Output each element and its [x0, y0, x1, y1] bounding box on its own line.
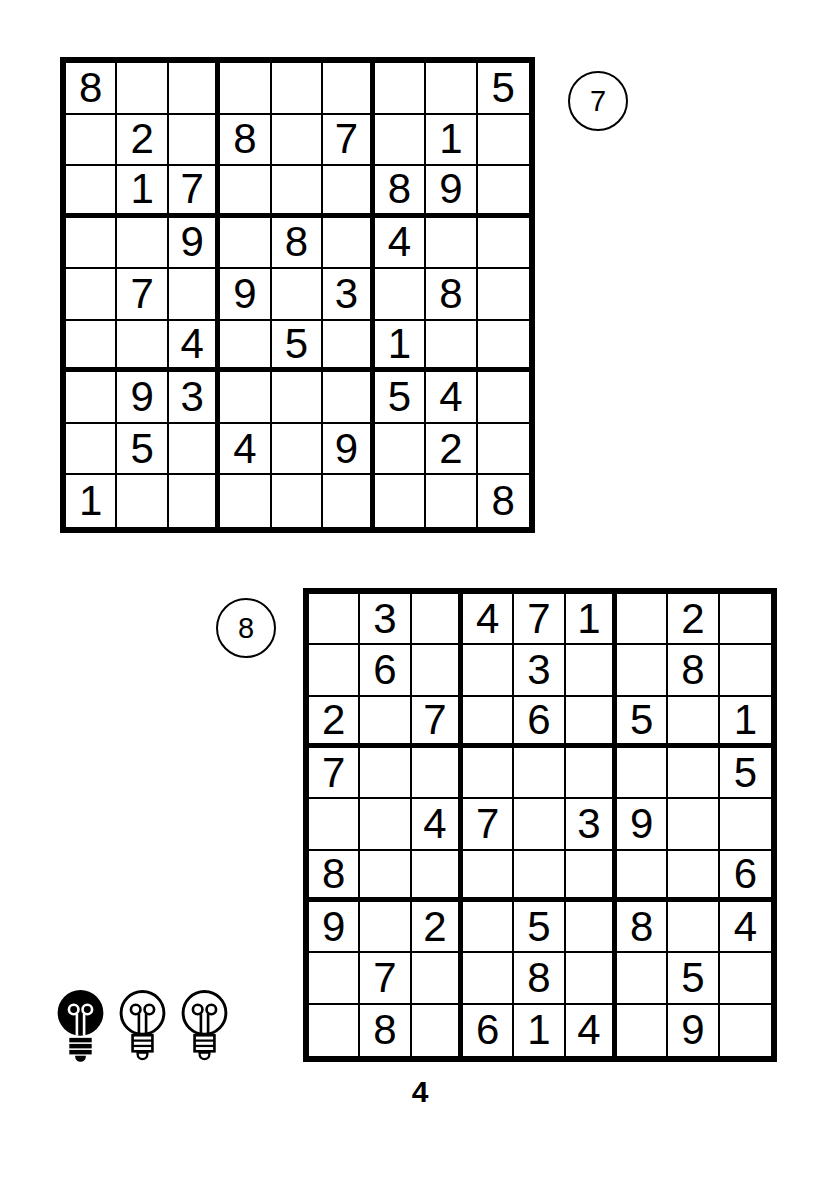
sudoku-cell-r2c9: [478, 115, 529, 167]
sudoku-cell-r1c7: [375, 63, 426, 115]
sudoku-cell-r6c9: [478, 321, 529, 373]
sudoku-cell-r8c5: [272, 424, 323, 476]
sudoku-cell-r8c5: 8: [514, 953, 565, 1004]
sudoku-cell-r3c9: [478, 166, 529, 218]
sudoku-cell-r9c1: [309, 1005, 360, 1056]
sudoku-cell-r2c6: [566, 645, 617, 696]
sudoku-cell-r3c3: 7: [169, 166, 220, 218]
sudoku-cell-r9c6: [323, 475, 374, 527]
sudoku-cell-r3c5: 6: [514, 697, 565, 748]
difficulty-indicator: [56, 990, 229, 1062]
sudoku-cell-r7c4: [463, 902, 514, 953]
sudoku-cell-r3c9: 1: [720, 697, 771, 748]
sudoku-cell-r7c6: [323, 372, 374, 424]
sudoku-cell-r7c2: [360, 902, 411, 953]
sudoku-cell-r9c1: 1: [66, 475, 117, 527]
sudoku-cell-r8c7: [617, 953, 668, 1004]
sudoku-cell-r6c1: 8: [309, 851, 360, 902]
sudoku-cell-r5c6: 3: [566, 799, 617, 850]
sudoku-cell-r2c4: 8: [220, 115, 271, 167]
sudoku-cell-r9c3: [169, 475, 220, 527]
puzzle-number-badge-7: 7: [568, 71, 628, 131]
sudoku-cell-r1c5: 7: [514, 594, 565, 645]
sudoku-cell-r7c3: 3: [169, 372, 220, 424]
sudoku-cell-r4c7: 4: [375, 218, 426, 270]
sudoku-cell-r6c4: [220, 321, 271, 373]
sudoku-cell-r8c2: 7: [360, 953, 411, 1004]
sudoku-cell-r2c3: [169, 115, 220, 167]
sudoku-cell-r1c2: 3: [360, 594, 411, 645]
sudoku-cell-r9c6: 4: [566, 1005, 617, 1056]
sudoku-cell-r1c8: [426, 63, 477, 115]
sudoku-cell-r7c8: [668, 902, 719, 953]
sudoku-cell-r7c9: [478, 372, 529, 424]
sudoku-cell-r3c3: 7: [412, 697, 463, 748]
sudoku-cell-r8c6: 9: [323, 424, 374, 476]
sudoku-cell-r4c4: [463, 748, 514, 799]
sudoku-cell-r4c8: [426, 218, 477, 270]
sudoku-cell-r5c1: [66, 269, 117, 321]
sudoku-cell-r9c9: 8: [478, 475, 529, 527]
sudoku-cell-r5c4: 9: [220, 269, 271, 321]
sudoku-cell-r8c4: [463, 953, 514, 1004]
sudoku-cell-r1c1: 8: [66, 63, 117, 115]
sudoku-cell-r1c8: 2: [668, 594, 719, 645]
sudoku-cell-r4c6: [566, 748, 617, 799]
sudoku-cell-r3c7: 5: [617, 697, 668, 748]
sudoku-cell-r2c8: 1: [426, 115, 477, 167]
sudoku-cell-r7c9: 4: [720, 902, 771, 953]
sudoku-cell-r6c5: 5: [272, 321, 323, 373]
sudoku-cell-r8c8: 5: [668, 953, 719, 1004]
sudoku-cell-r1c3: [169, 63, 220, 115]
sudoku-cell-r2c9: [720, 645, 771, 696]
sudoku-cell-r3c1: 2: [309, 697, 360, 748]
sudoku-grid-puzzle-8: 3471263827651754739869258478586149: [303, 588, 777, 1062]
sudoku-cell-r2c8: 8: [668, 645, 719, 696]
sudoku-cell-r5c4: 7: [463, 799, 514, 850]
sudoku-cell-r5c8: [668, 799, 719, 850]
puzzle-number-label: 8: [238, 614, 254, 643]
sudoku-cell-r4c2: [360, 748, 411, 799]
sudoku-cell-r6c4: [463, 851, 514, 902]
sudoku-cell-r3c8: [668, 697, 719, 748]
puzzle-number-badge-8: 8: [216, 598, 276, 658]
sudoku-cell-r5c3: 4: [412, 799, 463, 850]
sudoku-cell-r2c1: [309, 645, 360, 696]
sudoku-cell-r9c8: 9: [668, 1005, 719, 1056]
sudoku-cell-r4c6: [323, 218, 374, 270]
sudoku-cell-r8c3: [412, 953, 463, 1004]
puzzle-number-label: 7: [590, 87, 606, 116]
sudoku-cell-r1c9: 5: [478, 63, 529, 115]
lightbulb-outline-icon: [180, 990, 229, 1062]
sudoku-cell-r8c1: [309, 953, 360, 1004]
book-page: 852871178998479384519354549218 7 3471263…: [0, 0, 840, 1190]
sudoku-cell-r3c4: [463, 697, 514, 748]
sudoku-cell-r5c9: [720, 799, 771, 850]
sudoku-cell-r5c2: [360, 799, 411, 850]
sudoku-cell-r6c1: [66, 321, 117, 373]
sudoku-cell-r5c8: 8: [426, 269, 477, 321]
sudoku-cell-r8c9: [478, 424, 529, 476]
sudoku-cell-r6c7: [617, 851, 668, 902]
sudoku-cell-r7c6: [566, 902, 617, 953]
sudoku-cell-r1c1: [309, 594, 360, 645]
sudoku-cell-r2c3: [412, 645, 463, 696]
page-number: 4: [0, 1075, 840, 1109]
sudoku-cell-r7c1: [66, 372, 117, 424]
sudoku-cell-r7c8: 4: [426, 372, 477, 424]
sudoku-cell-r9c7: [617, 1005, 668, 1056]
sudoku-cell-r7c7: 8: [617, 902, 668, 953]
sudoku-cell-r7c5: [272, 372, 323, 424]
sudoku-cell-r6c3: 4: [169, 321, 220, 373]
sudoku-cell-r5c1: [309, 799, 360, 850]
sudoku-cell-r4c2: [117, 218, 168, 270]
sudoku-cell-r3c5: [272, 166, 323, 218]
sudoku-cell-r4c3: 9: [169, 218, 220, 270]
sudoku-cell-r4c3: [412, 748, 463, 799]
sudoku-cell-r2c4: [463, 645, 514, 696]
sudoku-cell-r6c9: 6: [720, 851, 771, 902]
sudoku-cell-r6c7: 1: [375, 321, 426, 373]
sudoku-cell-r7c3: 2: [412, 902, 463, 953]
sudoku-cell-r9c5: 1: [514, 1005, 565, 1056]
sudoku-cell-r1c6: 1: [566, 594, 617, 645]
sudoku-cell-r2c7: [617, 645, 668, 696]
sudoku-cell-r1c6: [323, 63, 374, 115]
sudoku-cell-r6c2: [360, 851, 411, 902]
sudoku-cell-r3c8: 9: [426, 166, 477, 218]
sudoku-cell-r9c2: 8: [360, 1005, 411, 1056]
sudoku-cell-r4c1: 7: [309, 748, 360, 799]
lightbulb-filled-icon: [56, 990, 105, 1062]
sudoku-cell-r5c6: 3: [323, 269, 374, 321]
sudoku-grid-puzzle-7: 852871178998479384519354549218: [60, 57, 535, 533]
sudoku-cell-r2c2: 6: [360, 645, 411, 696]
sudoku-cell-r8c4: 4: [220, 424, 271, 476]
sudoku-cell-r9c9: [720, 1005, 771, 1056]
sudoku-cell-r4c7: [617, 748, 668, 799]
sudoku-cell-r3c4: [220, 166, 271, 218]
sudoku-cell-r1c7: [617, 594, 668, 645]
sudoku-cell-r3c1: [66, 166, 117, 218]
sudoku-cell-r8c1: [66, 424, 117, 476]
sudoku-cell-r1c2: [117, 63, 168, 115]
sudoku-cell-r1c5: [272, 63, 323, 115]
sudoku-cell-r8c7: [375, 424, 426, 476]
sudoku-cell-r5c7: [375, 269, 426, 321]
sudoku-cell-r2c7: [375, 115, 426, 167]
sudoku-cell-r4c1: [66, 218, 117, 270]
sudoku-cell-r2c6: 7: [323, 115, 374, 167]
sudoku-cell-r7c7: 5: [375, 372, 426, 424]
sudoku-cell-r3c6: [323, 166, 374, 218]
sudoku-cell-r8c3: [169, 424, 220, 476]
sudoku-cell-r5c5: [514, 799, 565, 850]
sudoku-cell-r4c5: 8: [272, 218, 323, 270]
sudoku-cell-r5c3: [169, 269, 220, 321]
sudoku-cell-r8c6: [566, 953, 617, 1004]
sudoku-cell-r2c2: 2: [117, 115, 168, 167]
sudoku-cell-r1c4: [220, 63, 271, 115]
sudoku-cell-r9c4: [220, 475, 271, 527]
sudoku-cell-r3c2: 1: [117, 166, 168, 218]
sudoku-cell-r7c2: 9: [117, 372, 168, 424]
sudoku-cell-r8c8: 2: [426, 424, 477, 476]
sudoku-cell-r6c5: [514, 851, 565, 902]
sudoku-cell-r6c8: [668, 851, 719, 902]
sudoku-cell-r4c8: [668, 748, 719, 799]
sudoku-cell-r2c5: [272, 115, 323, 167]
sudoku-cell-r2c5: 3: [514, 645, 565, 696]
sudoku-cell-r9c3: [412, 1005, 463, 1056]
sudoku-cell-r3c2: [360, 697, 411, 748]
sudoku-cell-r4c9: [478, 218, 529, 270]
sudoku-cell-r6c6: [323, 321, 374, 373]
sudoku-cell-r1c3: [412, 594, 463, 645]
sudoku-cell-r4c9: 5: [720, 748, 771, 799]
sudoku-cell-r5c9: [478, 269, 529, 321]
sudoku-cell-r7c4: [220, 372, 271, 424]
sudoku-cell-r5c7: 9: [617, 799, 668, 850]
sudoku-cell-r1c4: 4: [463, 594, 514, 645]
sudoku-cell-r7c1: 9: [309, 902, 360, 953]
sudoku-cell-r9c5: [272, 475, 323, 527]
sudoku-cell-r3c7: 8: [375, 166, 426, 218]
sudoku-cell-r6c3: [412, 851, 463, 902]
sudoku-cell-r9c4: 6: [463, 1005, 514, 1056]
sudoku-cell-r7c5: 5: [514, 902, 565, 953]
sudoku-cell-r8c9: [720, 953, 771, 1004]
sudoku-cell-r4c5: [514, 748, 565, 799]
sudoku-cell-r5c5: [272, 269, 323, 321]
sudoku-cell-r5c2: 7: [117, 269, 168, 321]
sudoku-cell-r6c6: [566, 851, 617, 902]
sudoku-cell-r6c8: [426, 321, 477, 373]
sudoku-cell-r9c2: [117, 475, 168, 527]
sudoku-cell-r2c1: [66, 115, 117, 167]
sudoku-cell-r9c8: [426, 475, 477, 527]
sudoku-cell-r3c6: [566, 697, 617, 748]
sudoku-cell-r1c9: [720, 594, 771, 645]
sudoku-cell-r9c7: [375, 475, 426, 527]
sudoku-cell-r8c2: 5: [117, 424, 168, 476]
lightbulb-outline-icon: [118, 990, 167, 1062]
sudoku-cell-r4c4: [220, 218, 271, 270]
sudoku-cell-r6c2: [117, 321, 168, 373]
